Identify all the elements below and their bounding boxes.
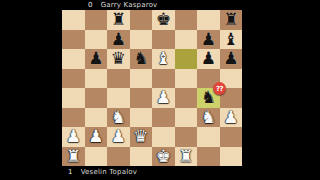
piece-black-pawn[interactable]: ♟	[111, 31, 126, 48]
piece-black-knight[interactable]: ♞	[133, 50, 148, 67]
piece-white-knight[interactable]: ♞	[111, 109, 126, 126]
square-d5[interactable]	[130, 69, 153, 89]
square-g7[interactable]: ♟	[197, 30, 220, 50]
square-c1[interactable]	[107, 147, 130, 167]
square-b1[interactable]	[85, 147, 108, 167]
piece-white-pawn[interactable]: ♟	[66, 128, 81, 145]
square-d8[interactable]	[130, 10, 153, 30]
white-player-name: Veselin Topalov	[81, 168, 138, 176]
square-g3[interactable]: ♞	[197, 108, 220, 128]
square-f2[interactable]	[175, 127, 198, 147]
square-e4[interactable]: ♟	[152, 88, 175, 108]
square-b4[interactable]	[85, 88, 108, 108]
square-f5[interactable]	[175, 69, 198, 89]
piece-white-pawn[interactable]: ♟	[156, 89, 171, 106]
square-a7[interactable]	[62, 30, 85, 50]
square-f8[interactable]	[175, 10, 198, 30]
square-b2[interactable]: ♟	[85, 127, 108, 147]
square-b3[interactable]	[85, 108, 108, 128]
square-h7[interactable]: ♝	[220, 30, 243, 50]
piece-black-pawn[interactable]: ♟	[223, 50, 238, 67]
square-g1[interactable]	[197, 147, 220, 167]
square-g6[interactable]: ♟	[197, 49, 220, 69]
square-f1[interactable]: ♜	[175, 147, 198, 167]
square-f3[interactable]	[175, 108, 198, 128]
piece-black-pawn[interactable]: ♟	[88, 50, 103, 67]
piece-black-king[interactable]: ♚	[156, 11, 171, 28]
square-d6[interactable]: ♞	[130, 49, 153, 69]
piece-white-rook[interactable]: ♜	[66, 148, 81, 165]
square-a4[interactable]	[62, 88, 85, 108]
square-f7[interactable]	[175, 30, 198, 50]
square-b5[interactable]	[85, 69, 108, 89]
square-h2[interactable]	[220, 127, 243, 147]
piece-black-pawn[interactable]: ♟	[201, 31, 216, 48]
square-e6[interactable]: ♝	[152, 49, 175, 69]
piece-white-pawn[interactable]: ♟	[88, 128, 103, 145]
square-a2[interactable]: ♟	[62, 127, 85, 147]
piece-white-king[interactable]: ♚	[156, 148, 171, 165]
square-h8[interactable]: ♜	[220, 10, 243, 30]
square-b8[interactable]	[85, 10, 108, 30]
square-d4[interactable]	[130, 88, 153, 108]
piece-white-pawn[interactable]: ♟	[111, 128, 126, 145]
square-a3[interactable]	[62, 108, 85, 128]
piece-white-rook[interactable]: ♜	[178, 148, 193, 165]
piece-white-queen[interactable]: ♛	[133, 128, 148, 145]
game-screen: 0 Garry Kasparov ♜♚♜♟♟♝♟♛♞♝♟♟♟♞♞♞♟♟♟♟♛♜♚…	[0, 0, 320, 180]
square-c7[interactable]: ♟	[107, 30, 130, 50]
square-b6[interactable]: ♟	[85, 49, 108, 69]
square-h1[interactable]	[220, 147, 243, 167]
square-c5[interactable]	[107, 69, 130, 89]
piece-black-queen[interactable]: ♛	[111, 50, 126, 67]
square-c8[interactable]: ♜	[107, 10, 130, 30]
square-c2[interactable]: ♟	[107, 127, 130, 147]
piece-black-bishop[interactable]: ♝	[223, 31, 238, 48]
piece-black-rook[interactable]: ♜	[223, 11, 238, 28]
square-d2[interactable]: ♛	[130, 127, 153, 147]
player-bar-white: 1 Veselin Topalov	[0, 166, 320, 180]
square-c6[interactable]: ♛	[107, 49, 130, 69]
blunder-badge: ??	[213, 82, 226, 95]
square-b7[interactable]	[85, 30, 108, 50]
square-g2[interactable]	[197, 127, 220, 147]
square-a5[interactable]	[62, 69, 85, 89]
piece-black-pawn[interactable]: ♟	[201, 50, 216, 67]
piece-white-pawn[interactable]: ♟	[223, 109, 238, 126]
square-d7[interactable]	[130, 30, 153, 50]
white-score: 1	[68, 168, 73, 176]
square-g8[interactable]	[197, 10, 220, 30]
square-d1[interactable]	[130, 147, 153, 167]
square-c3[interactable]: ♞	[107, 108, 130, 128]
piece-black-rook[interactable]: ♜	[111, 11, 126, 28]
square-a8[interactable]	[62, 10, 85, 30]
square-a6[interactable]	[62, 49, 85, 69]
chess-board[interactable]: ♜♚♜♟♟♝♟♛♞♝♟♟♟♞♞♞♟♟♟♟♛♜♚♜??	[62, 10, 242, 166]
black-score: 0	[88, 1, 93, 9]
square-d3[interactable]	[130, 108, 153, 128]
square-h6[interactable]: ♟	[220, 49, 243, 69]
square-f4[interactable]	[175, 88, 198, 108]
piece-white-knight[interactable]: ♞	[201, 109, 216, 126]
piece-white-bishop[interactable]: ♝	[156, 50, 171, 67]
square-e2[interactable]	[152, 127, 175, 147]
square-e1[interactable]: ♚	[152, 147, 175, 167]
square-e7[interactable]	[152, 30, 175, 50]
square-h3[interactable]: ♟	[220, 108, 243, 128]
square-c4[interactable]	[107, 88, 130, 108]
square-e3[interactable]	[152, 108, 175, 128]
black-player-name: Garry Kasparov	[101, 1, 158, 9]
square-e5[interactable]	[152, 69, 175, 89]
square-f6[interactable]	[175, 49, 198, 69]
square-a1[interactable]: ♜	[62, 147, 85, 167]
square-e8[interactable]: ♚	[152, 10, 175, 30]
